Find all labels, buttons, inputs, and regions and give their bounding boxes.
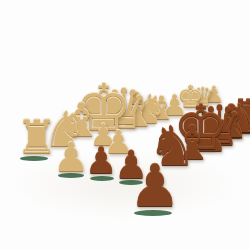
light-rook-piece: ♜ (16, 114, 57, 160)
dark-pawn-piece: ♟ (129, 157, 181, 215)
dark-pawn-piece: ♟ (85, 143, 117, 179)
pieces-layer: ♟♛♚♟♝♞♝♛♚♝♞♜♟♟♟♜♜♞♝♛♚♟♞♟♟♝♞♟♟♟ (0, 0, 250, 250)
chess-set-photo: ♟♛♚♟♝♞♝♛♚♝♞♜♟♟♟♜♜♞♝♛♚♟♞♟♟♝♞♟♟♟ (0, 0, 250, 250)
light-pawn-piece: ♟ (53, 137, 89, 177)
